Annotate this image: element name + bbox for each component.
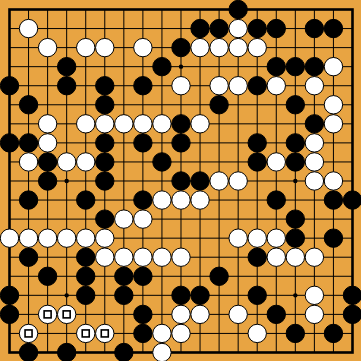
black-stone-18-16[interactable]: [343, 305, 361, 323]
black-stone-15-3[interactable]: [286, 57, 304, 75]
white-stone-4-8[interactable]: [77, 153, 95, 171]
hoshi-point: [64, 179, 68, 183]
white-stone-10-6[interactable]: [191, 115, 209, 133]
black-stone-6-14[interactable]: [115, 267, 133, 285]
white-stone-6-13[interactable]: [115, 248, 133, 266]
black-stone-9-15[interactable]: [172, 286, 190, 304]
black-stone-13-7[interactable]: [248, 134, 266, 152]
black-stone-7-4[interactable]: [134, 77, 152, 95]
white-stone-10-2[interactable]: [191, 38, 209, 56]
black-stone-4-10[interactable]: [77, 191, 95, 209]
black-stone-14-3[interactable]: [267, 57, 285, 75]
black-stone-15-12[interactable]: [286, 229, 304, 247]
black-stone-18-15[interactable]: [343, 286, 361, 304]
white-stone-2-2[interactable]: [38, 38, 56, 56]
black-stone-15-17[interactable]: [286, 324, 304, 342]
white-stone-16-13[interactable]: [305, 248, 323, 266]
white-stone-9-17[interactable]: [172, 324, 190, 342]
white-stone-11-2[interactable]: [210, 38, 228, 56]
black-stone-1-7[interactable]: [19, 134, 37, 152]
black-stone-7-10[interactable]: [134, 191, 152, 209]
white-stone-12-12[interactable]: [229, 229, 247, 247]
black-stone-9-9[interactable]: [172, 172, 190, 190]
white-stone-9-13[interactable]: [172, 248, 190, 266]
white-stone-3-16[interactable]: [57, 305, 75, 323]
white-stone-16-15[interactable]: [305, 286, 323, 304]
black-stone-13-1[interactable]: [248, 19, 266, 37]
black-stone-2-9[interactable]: [38, 172, 56, 190]
white-stone-17-3[interactable]: [324, 57, 342, 75]
black-stone-3-18[interactable]: [57, 343, 75, 361]
white-stone-12-2[interactable]: [229, 38, 247, 56]
black-stone-6-15[interactable]: [115, 286, 133, 304]
hoshi-point: [64, 293, 68, 297]
black-stone-16-6[interactable]: [305, 115, 323, 133]
white-stone-7-2[interactable]: [134, 38, 152, 56]
black-stone-9-7[interactable]: [172, 134, 190, 152]
black-stone-17-17[interactable]: [324, 324, 342, 342]
black-stone-17-1[interactable]: [324, 19, 342, 37]
black-stone-16-1[interactable]: [305, 19, 323, 37]
white-stone-14-12[interactable]: [267, 229, 285, 247]
white-stone-9-10[interactable]: [172, 191, 190, 209]
black-stone-0-7[interactable]: [0, 134, 18, 152]
white-stone-16-4[interactable]: [305, 77, 323, 95]
black-stone-11-5[interactable]: [210, 96, 228, 114]
white-stone-4-2[interactable]: [77, 38, 95, 56]
black-stone-11-1[interactable]: [210, 19, 228, 37]
black-stone-12-0[interactable]: [229, 0, 247, 18]
white-stone-17-5[interactable]: [324, 96, 342, 114]
white-stone-11-4[interactable]: [210, 77, 228, 95]
white-stone-8-10[interactable]: [153, 191, 171, 209]
white-stone-12-1[interactable]: [229, 19, 247, 37]
black-stone-7-7[interactable]: [134, 134, 152, 152]
white-stone-3-12[interactable]: [57, 229, 75, 247]
black-stone-2-8[interactable]: [38, 153, 56, 171]
white-stone-2-16[interactable]: [38, 305, 56, 323]
white-stone-12-4[interactable]: [229, 77, 247, 95]
white-stone-2-7[interactable]: [38, 134, 56, 152]
black-stone-13-8[interactable]: [248, 153, 266, 171]
black-stone-13-4[interactable]: [248, 77, 266, 95]
white-stone-5-6[interactable]: [96, 115, 114, 133]
black-stone-7-14[interactable]: [134, 267, 152, 285]
white-stone-11-9[interactable]: [210, 172, 228, 190]
black-stone-0-15[interactable]: [0, 286, 18, 304]
black-stone-4-14[interactable]: [77, 267, 95, 285]
black-stone-14-10[interactable]: [267, 191, 285, 209]
white-stone-17-6[interactable]: [324, 115, 342, 133]
white-stone-7-11[interactable]: [134, 210, 152, 228]
black-stone-5-8[interactable]: [96, 153, 114, 171]
white-stone-2-6[interactable]: [38, 115, 56, 133]
black-stone-5-4[interactable]: [96, 77, 114, 95]
white-stone-3-8[interactable]: [57, 153, 75, 171]
white-stone-14-8[interactable]: [267, 153, 285, 171]
white-stone-2-12[interactable]: [38, 229, 56, 247]
white-stone-12-9[interactable]: [229, 172, 247, 190]
white-stone-10-10[interactable]: [191, 191, 209, 209]
hoshi-point: [293, 293, 297, 297]
black-stone-3-3[interactable]: [57, 57, 75, 75]
white-stone-14-13[interactable]: [267, 248, 285, 266]
white-stone-5-13[interactable]: [96, 248, 114, 266]
black-stone-10-15[interactable]: [191, 286, 209, 304]
black-stone-1-5[interactable]: [19, 96, 37, 114]
black-stone-5-9[interactable]: [96, 172, 114, 190]
goban-svg: [0, 0, 361, 361]
white-stone-8-18[interactable]: [153, 343, 171, 361]
black-stone-17-10[interactable]: [324, 191, 342, 209]
white-stone-9-4[interactable]: [172, 77, 190, 95]
go-board[interactable]: [0, 0, 361, 361]
black-stone-15-11[interactable]: [286, 210, 304, 228]
white-stone-16-8[interactable]: [305, 153, 323, 171]
white-stone-9-16[interactable]: [172, 305, 190, 323]
black-stone-17-12[interactable]: [324, 229, 342, 247]
white-stone-5-2[interactable]: [96, 38, 114, 56]
white-stone-7-13[interactable]: [134, 248, 152, 266]
white-stone-4-17[interactable]: [77, 324, 95, 342]
black-stone-13-13[interactable]: [248, 248, 266, 266]
black-stone-9-2[interactable]: [172, 38, 190, 56]
black-stone-5-5[interactable]: [96, 96, 114, 114]
black-stone-9-6[interactable]: [172, 115, 190, 133]
black-stone-4-13[interactable]: [77, 248, 95, 266]
black-stone-2-14[interactable]: [38, 267, 56, 285]
black-stone-15-5[interactable]: [286, 96, 304, 114]
white-stone-8-6[interactable]: [153, 115, 171, 133]
hoshi-point: [293, 179, 297, 183]
black-stone-8-3[interactable]: [153, 57, 171, 75]
white-stone-14-4[interactable]: [267, 77, 285, 95]
white-stone-1-12[interactable]: [19, 229, 37, 247]
black-stone-1-18[interactable]: [19, 343, 37, 361]
black-stone-1-10[interactable]: [19, 191, 37, 209]
black-stone-11-14[interactable]: [210, 267, 228, 285]
black-stone-7-17[interactable]: [134, 324, 152, 342]
white-stone-0-12[interactable]: [0, 229, 18, 247]
white-stone-5-17[interactable]: [96, 324, 114, 342]
white-stone-1-8[interactable]: [19, 153, 37, 171]
black-stone-15-8[interactable]: [286, 153, 304, 171]
black-stone-14-1[interactable]: [267, 19, 285, 37]
white-stone-17-9[interactable]: [324, 172, 342, 190]
black-stone-0-4[interactable]: [0, 77, 18, 95]
white-stone-7-6[interactable]: [134, 115, 152, 133]
black-stone-15-7[interactable]: [286, 134, 304, 152]
black-stone-16-3[interactable]: [305, 57, 323, 75]
white-stone-6-11[interactable]: [115, 210, 133, 228]
white-stone-1-17[interactable]: [19, 324, 37, 342]
black-stone-0-16[interactable]: [0, 305, 18, 323]
black-stone-3-4[interactable]: [57, 77, 75, 95]
white-stone-13-2[interactable]: [248, 38, 266, 56]
white-stone-12-16[interactable]: [229, 305, 247, 323]
black-stone-5-11[interactable]: [96, 210, 114, 228]
white-stone-6-6[interactable]: [115, 115, 133, 133]
white-stone-4-12[interactable]: [77, 229, 95, 247]
black-stone-6-18[interactable]: [115, 343, 133, 361]
black-stone-18-10[interactable]: [343, 191, 361, 209]
white-stone-16-9[interactable]: [305, 172, 323, 190]
white-stone-4-6[interactable]: [77, 115, 95, 133]
white-stone-13-12[interactable]: [248, 229, 266, 247]
white-stone-16-7[interactable]: [305, 134, 323, 152]
black-stone-4-15[interactable]: [77, 286, 95, 304]
black-stone-10-9[interactable]: [191, 172, 209, 190]
black-stone-8-8[interactable]: [153, 153, 171, 171]
black-stone-5-7[interactable]: [96, 134, 114, 152]
black-stone-10-1[interactable]: [191, 19, 209, 37]
white-stone-16-16[interactable]: [305, 305, 323, 323]
black-stone-14-16[interactable]: [267, 305, 285, 323]
white-stone-8-17[interactable]: [153, 324, 171, 342]
white-stone-5-12[interactable]: [96, 229, 114, 247]
white-stone-10-16[interactable]: [191, 305, 209, 323]
white-stone-1-1[interactable]: [19, 19, 37, 37]
black-stone-13-15[interactable]: [248, 286, 266, 304]
white-stone-8-13[interactable]: [153, 248, 171, 266]
black-stone-7-16[interactable]: [134, 305, 152, 323]
hoshi-point: [179, 64, 183, 68]
black-stone-1-13[interactable]: [19, 248, 37, 266]
white-stone-15-13[interactable]: [286, 248, 304, 266]
white-stone-13-17[interactable]: [248, 324, 266, 342]
